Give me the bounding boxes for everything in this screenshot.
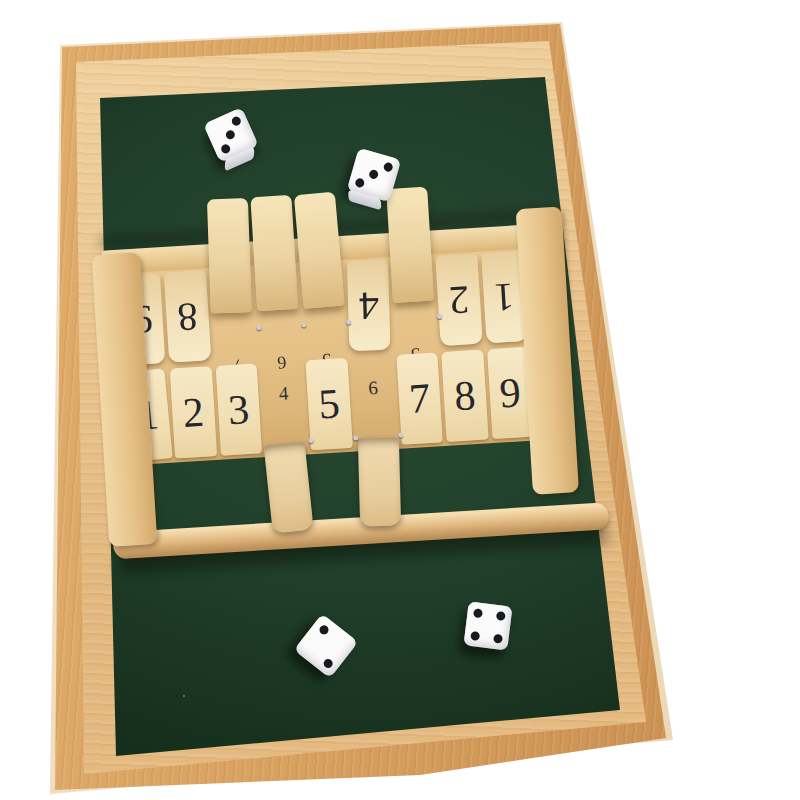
- die-pip: [220, 143, 232, 155]
- bottom-tile-2-number: 2: [181, 388, 205, 437]
- die-pip: [493, 634, 503, 644]
- top-tile-7[interactable]: [207, 198, 252, 313]
- die-pip: [322, 657, 335, 670]
- bottom-tile-3[interactable]: 3: [215, 363, 262, 455]
- bottom-tile-7-number: 7: [408, 374, 432, 423]
- top-tile-2-number: 2: [448, 276, 471, 324]
- bottom-tile-5[interactable]: 5: [306, 358, 353, 450]
- bottom-tile-2[interactable]: 2: [170, 366, 217, 458]
- die-bottom-right[interactable]: [463, 601, 512, 650]
- bottom-tile-5-number: 5: [317, 379, 341, 428]
- bottom-player-tile-row: 1 2 3 5 7 8 9: [125, 347, 539, 541]
- bottom-tile-9-number: 9: [498, 368, 522, 417]
- die-pip: [382, 162, 393, 173]
- top-tile-2[interactable]: 2: [436, 254, 483, 346]
- bottom-tile-8[interactable]: 8: [442, 350, 489, 442]
- top-tile-3[interactable]: [386, 187, 434, 303]
- die-pip: [318, 623, 331, 636]
- die-pip: [230, 115, 242, 127]
- top-tile-5[interactable]: [294, 192, 345, 309]
- die-pip: [354, 177, 365, 188]
- top-tile-8-number: 8: [176, 292, 199, 340]
- top-tile-8[interactable]: 8: [164, 270, 211, 362]
- bottom-tile-7[interactable]: 7: [396, 352, 443, 444]
- top-tile-4-number: 4: [358, 282, 379, 330]
- die-pip: [368, 169, 379, 180]
- top-tile-6[interactable]: [250, 195, 298, 311]
- top-tile-1-number: 1: [493, 273, 516, 321]
- tile-rack: 7 6 5 3 4 6 9 8 4 2: [95, 214, 619, 574]
- top-player-tile-row: 9 8 4 2 1: [115, 181, 528, 365]
- bottom-tile-4[interactable]: [264, 442, 314, 534]
- die-pip: [225, 129, 237, 141]
- die-pip: [473, 608, 483, 618]
- die-pip: [470, 631, 480, 641]
- bottom-tile-3-number: 3: [227, 385, 251, 434]
- bottom-tile-8-number: 8: [453, 371, 477, 420]
- top-tile-4[interactable]: 4: [347, 260, 391, 351]
- die-pip: [496, 611, 506, 621]
- bottom-tile-6[interactable]: [358, 438, 402, 527]
- shut-the-box-photo: 7 6 5 3 4 6 9 8 4 2: [0, 0, 800, 800]
